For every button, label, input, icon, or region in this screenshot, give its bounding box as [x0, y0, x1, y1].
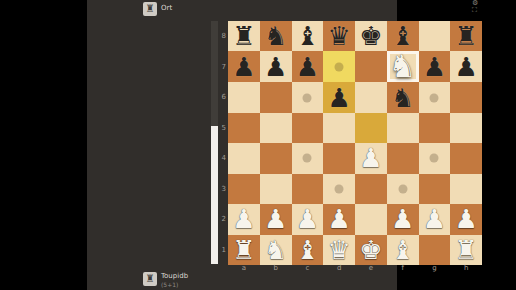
file-label-a: a [228, 264, 260, 273]
white-pawn-d2[interactable]: ♟ [327, 206, 350, 232]
evaluation-bar-white [211, 126, 218, 265]
file-label-g: g [419, 264, 451, 273]
square-f3[interactable] [387, 174, 419, 204]
square-a6[interactable] [228, 82, 260, 112]
white-pawn-g2[interactable]: ♟ [423, 206, 446, 232]
rank-labels: 87654321 [218, 21, 227, 265]
square-h7[interactable]: ♟ [450, 51, 482, 82]
square-d3[interactable] [323, 174, 355, 204]
white-bishop-f1[interactable]: ♝ [391, 237, 414, 263]
file-label-h: h [450, 264, 482, 273]
square-b5[interactable] [260, 113, 292, 143]
square-a7[interactable]: ♟ [228, 51, 260, 82]
square-h3[interactable] [450, 174, 482, 204]
square-e8[interactable]: ♚ [355, 21, 387, 51]
rank-label-7: 7 [218, 52, 227, 83]
bottom-avatar-piece-icon: ♜ [146, 274, 155, 284]
square-f7[interactable]: ♞ [387, 51, 419, 82]
square-b4[interactable] [260, 143, 292, 173]
square-e6[interactable] [355, 82, 387, 112]
black-pawn-a7[interactable]: ♟ [232, 54, 255, 80]
black-pawn-h7[interactable]: ♟ [454, 54, 477, 80]
white-king-e1[interactable]: ♚ [359, 237, 382, 263]
square-c5[interactable] [292, 113, 324, 143]
top-player-name[interactable]: Ort [161, 4, 172, 12]
chess-board: ♜♞♝♛♚♝♜♟♟♟♞♟♟♟♞♟♟♟♟♟♟♟♟♜♞♝♛♚♝♜ [228, 21, 482, 265]
bottom-player-avatar[interactable]: ♜ [143, 272, 157, 286]
rank-label-5: 5 [218, 113, 227, 144]
square-h6[interactable] [450, 82, 482, 112]
file-labels: abcdefgh [228, 264, 482, 273]
square-c7[interactable]: ♟ [292, 51, 324, 82]
white-bishop-c1[interactable]: ♝ [296, 237, 319, 263]
square-f5[interactable] [387, 113, 419, 143]
black-pawn-g7[interactable]: ♟ [423, 54, 446, 80]
square-g7[interactable]: ♟ [419, 51, 451, 82]
square-d8[interactable]: ♛ [323, 21, 355, 51]
black-bishop-f8[interactable]: ♝ [391, 23, 414, 49]
square-e5[interactable] [355, 113, 387, 143]
square-f8[interactable]: ♝ [387, 21, 419, 51]
square-c1[interactable]: ♝ [292, 235, 324, 265]
square-g4[interactable] [419, 143, 451, 173]
white-knight-f7[interactable]: ♞ [389, 51, 417, 82]
file-label-b: b [260, 264, 292, 273]
board-options-icon[interactable]: ⛶ [472, 7, 478, 14]
video-frame: ♜ Ort ⚙ ⛶ 87654321 ♜♞♝♛♚♝♜♟♟♟♞♟♟♟♞♟♟♟♟♟♟… [0, 0, 516, 290]
square-a2[interactable]: ♟ [228, 204, 260, 234]
white-queen-d1[interactable]: ♛ [327, 237, 350, 263]
black-queen-d8[interactable]: ♛ [327, 23, 350, 49]
file-label-c: c [292, 264, 324, 273]
square-f6[interactable]: ♞ [387, 82, 419, 112]
square-c6[interactable] [292, 82, 324, 112]
square-g5[interactable] [419, 113, 451, 143]
black-knight-f6[interactable]: ♞ [391, 85, 414, 111]
square-g8[interactable] [419, 21, 451, 51]
black-pawn-c7[interactable]: ♟ [296, 54, 319, 80]
square-f4[interactable] [387, 143, 419, 173]
square-d4[interactable] [323, 143, 355, 173]
square-b7[interactable]: ♟ [260, 51, 292, 82]
black-pawn-d6[interactable]: ♟ [327, 85, 350, 111]
bottom-player-name[interactable]: Toupidb [161, 272, 188, 280]
square-a5[interactable] [228, 113, 260, 143]
rank-label-6: 6 [218, 82, 227, 113]
rank-label-2: 2 [218, 204, 227, 235]
white-rook-a1[interactable]: ♜ [232, 237, 255, 263]
square-d6[interactable]: ♟ [323, 82, 355, 112]
square-h1[interactable]: ♜ [450, 235, 482, 265]
rank-label-4: 4 [218, 143, 227, 174]
square-b8[interactable]: ♞ [260, 21, 292, 51]
square-d5[interactable] [323, 113, 355, 143]
board-toolbar: ⚙ ⛶ [472, 0, 478, 14]
rank-label-8: 8 [218, 21, 227, 52]
square-f1[interactable]: ♝ [387, 235, 419, 265]
square-b3[interactable] [260, 174, 292, 204]
square-g3[interactable] [419, 174, 451, 204]
square-a4[interactable] [228, 143, 260, 173]
bottom-player-subtext: (5+1) [161, 281, 178, 288]
rank-label-1: 1 [218, 235, 227, 266]
white-pawn-e4[interactable]: ♟ [359, 145, 382, 171]
white-pawn-h2[interactable]: ♟ [454, 206, 477, 232]
file-label-f: f [387, 264, 419, 273]
square-c4[interactable] [292, 143, 324, 173]
square-e2[interactable] [355, 204, 387, 234]
square-d7[interactable] [323, 51, 355, 82]
file-label-e: e [355, 264, 387, 273]
white-rook-h1[interactable]: ♜ [454, 237, 477, 263]
square-e3[interactable] [355, 174, 387, 204]
rank-label-3: 3 [218, 174, 227, 205]
white-knight-b1[interactable]: ♞ [264, 237, 287, 263]
square-e4[interactable]: ♟ [355, 143, 387, 173]
square-h4[interactable] [450, 143, 482, 173]
top-player-avatar[interactable]: ♜ [143, 2, 157, 16]
square-g2[interactable]: ♟ [419, 204, 451, 234]
black-rook-h8[interactable]: ♜ [454, 23, 477, 49]
white-pawn-a2[interactable]: ♟ [232, 206, 255, 232]
black-king-e8[interactable]: ♚ [359, 23, 382, 49]
square-b2[interactable]: ♟ [260, 204, 292, 234]
square-a8[interactable]: ♜ [228, 21, 260, 51]
square-f2[interactable]: ♟ [387, 204, 419, 234]
square-b6[interactable] [260, 82, 292, 112]
evaluation-bar [211, 21, 218, 264]
top-avatar-piece-icon: ♜ [146, 4, 155, 14]
square-h2[interactable]: ♟ [450, 204, 482, 234]
square-a1[interactable]: ♜ [228, 235, 260, 265]
black-bishop-c8[interactable]: ♝ [296, 23, 319, 49]
black-pawn-b7[interactable]: ♟ [264, 54, 287, 80]
file-label-d: d [323, 264, 355, 273]
square-g1[interactable] [419, 235, 451, 265]
square-h5[interactable] [450, 113, 482, 143]
square-e7[interactable] [355, 51, 387, 82]
square-a3[interactable] [228, 174, 260, 204]
square-h8[interactable]: ♜ [450, 21, 482, 51]
white-pawn-b2[interactable]: ♟ [264, 206, 287, 232]
chess-app-panel: ♜ Ort ⚙ ⛶ 87654321 ♜♞♝♛♚♝♜♟♟♟♞♟♟♟♞♟♟♟♟♟♟… [87, 0, 397, 290]
black-knight-b8[interactable]: ♞ [264, 23, 287, 49]
square-d2[interactable]: ♟ [323, 204, 355, 234]
square-c2[interactable]: ♟ [292, 204, 324, 234]
square-e1[interactable]: ♚ [355, 235, 387, 265]
white-pawn-c2[interactable]: ♟ [296, 206, 319, 232]
square-g6[interactable] [419, 82, 451, 112]
square-b1[interactable]: ♞ [260, 235, 292, 265]
square-c3[interactable] [292, 174, 324, 204]
square-c8[interactable]: ♝ [292, 21, 324, 51]
black-rook-a8[interactable]: ♜ [232, 23, 255, 49]
white-pawn-f2[interactable]: ♟ [391, 206, 414, 232]
square-d1[interactable]: ♛ [323, 235, 355, 265]
